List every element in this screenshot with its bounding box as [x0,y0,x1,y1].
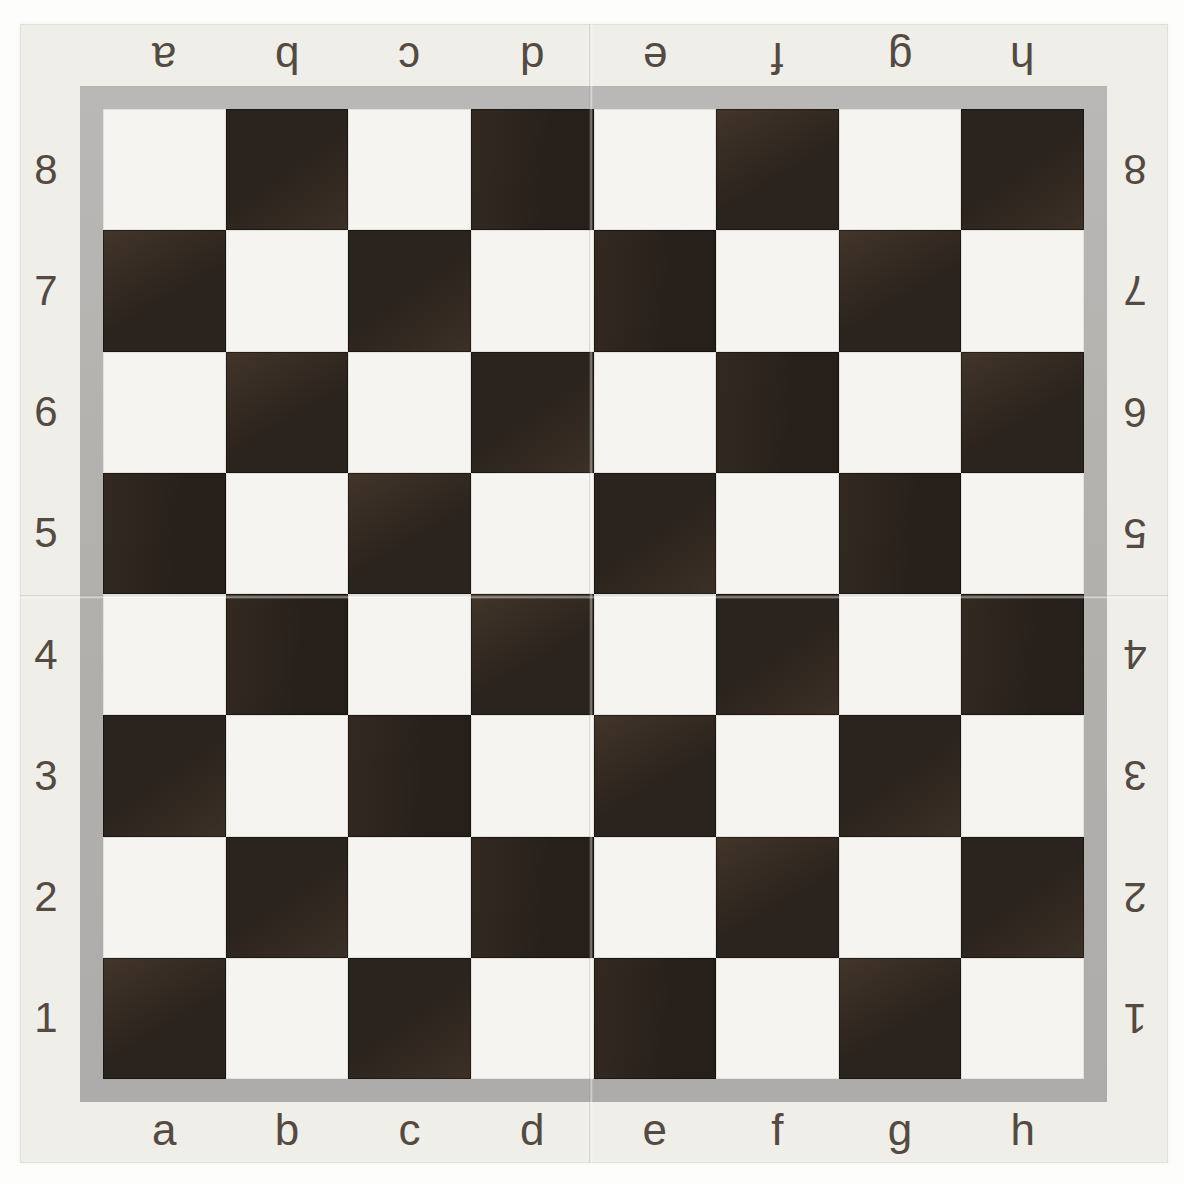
file-bottom-label-g: g [839,1104,962,1156]
square-b1[interactable] [226,958,349,1079]
square-b5[interactable] [226,473,349,594]
file-labels-top: abcdefgh [103,32,1084,84]
square-a2[interactable] [103,837,226,958]
square-d7[interactable] [471,230,594,351]
file-labels-bottom: abcdefgh [103,1104,1084,1156]
square-g4[interactable] [839,594,962,715]
file-bottom-label-c: c [348,1104,471,1156]
file-bottom-label-d: d [471,1104,594,1156]
square-h4[interactable] [961,594,1084,715]
rank-right-label-2: 2 [1109,837,1161,958]
rank-left-label-5: 5 [20,473,72,594]
square-b3[interactable] [226,715,349,836]
square-g8[interactable] [839,109,962,230]
file-top-label-b: b [226,32,349,84]
square-b4[interactable] [226,594,349,715]
square-b7[interactable] [226,230,349,351]
square-h1[interactable] [961,958,1084,1079]
board-frame [80,86,1107,1102]
square-b8[interactable] [226,109,349,230]
rank-left-label-8: 8 [20,109,72,230]
rank-left-label-7: 7 [20,230,72,351]
square-e5[interactable] [594,473,717,594]
square-f1[interactable] [716,958,839,1079]
square-c2[interactable] [348,837,471,958]
square-a3[interactable] [103,715,226,836]
square-g1[interactable] [839,958,962,1079]
square-d4[interactable] [471,594,594,715]
rank-right-label-7: 7 [1109,230,1161,351]
file-top-label-a: a [103,32,226,84]
rank-right-label-1: 1 [1109,958,1161,1079]
file-bottom-label-b: b [226,1104,349,1156]
file-top-label-h: h [961,32,1084,84]
rank-left-label-6: 6 [20,352,72,473]
rank-labels-right: 87654321 [1109,109,1161,1079]
square-c6[interactable] [348,352,471,473]
board [103,109,1084,1079]
file-top-label-g: g [839,32,962,84]
square-a6[interactable] [103,352,226,473]
square-h5[interactable] [961,473,1084,594]
square-e1[interactable] [594,958,717,1079]
square-d6[interactable] [471,352,594,473]
rank-right-label-3: 3 [1109,715,1161,836]
square-f4[interactable] [716,594,839,715]
rank-labels-left: 87654321 [20,109,72,1079]
photo-background: abcdefgh 87654321 87654321 abcdefgh [0,0,1185,1184]
square-g7[interactable] [839,230,962,351]
rank-right-label-6: 6 [1109,352,1161,473]
square-g5[interactable] [839,473,962,594]
square-a5[interactable] [103,473,226,594]
square-c3[interactable] [348,715,471,836]
square-e2[interactable] [594,837,717,958]
rank-left-label-3: 3 [20,715,72,836]
square-d8[interactable] [471,109,594,230]
square-c4[interactable] [348,594,471,715]
chessboard-mat: abcdefgh 87654321 87654321 abcdefgh [20,24,1168,1163]
square-f2[interactable] [716,837,839,958]
square-f5[interactable] [716,473,839,594]
square-b2[interactable] [226,837,349,958]
file-top-label-d: d [471,32,594,84]
file-top-label-f: f [716,32,839,84]
square-d2[interactable] [471,837,594,958]
square-c8[interactable] [348,109,471,230]
file-top-label-c: c [348,32,471,84]
square-h7[interactable] [961,230,1084,351]
square-e3[interactable] [594,715,717,836]
square-a1[interactable] [103,958,226,1079]
square-a4[interactable] [103,594,226,715]
file-top-label-e: e [594,32,717,84]
square-f7[interactable] [716,230,839,351]
square-c7[interactable] [348,230,471,351]
square-f8[interactable] [716,109,839,230]
rank-right-label-8: 8 [1109,109,1161,230]
rank-right-label-5: 5 [1109,473,1161,594]
square-h8[interactable] [961,109,1084,230]
square-e4[interactable] [594,594,717,715]
square-d5[interactable] [471,473,594,594]
square-e7[interactable] [594,230,717,351]
square-a7[interactable] [103,230,226,351]
square-h6[interactable] [961,352,1084,473]
square-h2[interactable] [961,837,1084,958]
square-e6[interactable] [594,352,717,473]
square-f6[interactable] [716,352,839,473]
rank-left-label-4: 4 [20,594,72,715]
square-c1[interactable] [348,958,471,1079]
file-bottom-label-f: f [716,1104,839,1156]
square-g2[interactable] [839,837,962,958]
square-f3[interactable] [716,715,839,836]
square-g6[interactable] [839,352,962,473]
square-d1[interactable] [471,958,594,1079]
square-b6[interactable] [226,352,349,473]
square-h3[interactable] [961,715,1084,836]
rank-left-label-2: 2 [20,837,72,958]
file-bottom-label-e: e [594,1104,717,1156]
rank-left-label-1: 1 [20,958,72,1079]
square-g3[interactable] [839,715,962,836]
rank-right-label-4: 4 [1109,594,1161,715]
square-c5[interactable] [348,473,471,594]
square-a8[interactable] [103,109,226,230]
file-bottom-label-h: h [961,1104,1084,1156]
file-bottom-label-a: a [103,1104,226,1156]
square-d3[interactable] [471,715,594,836]
square-e8[interactable] [594,109,717,230]
